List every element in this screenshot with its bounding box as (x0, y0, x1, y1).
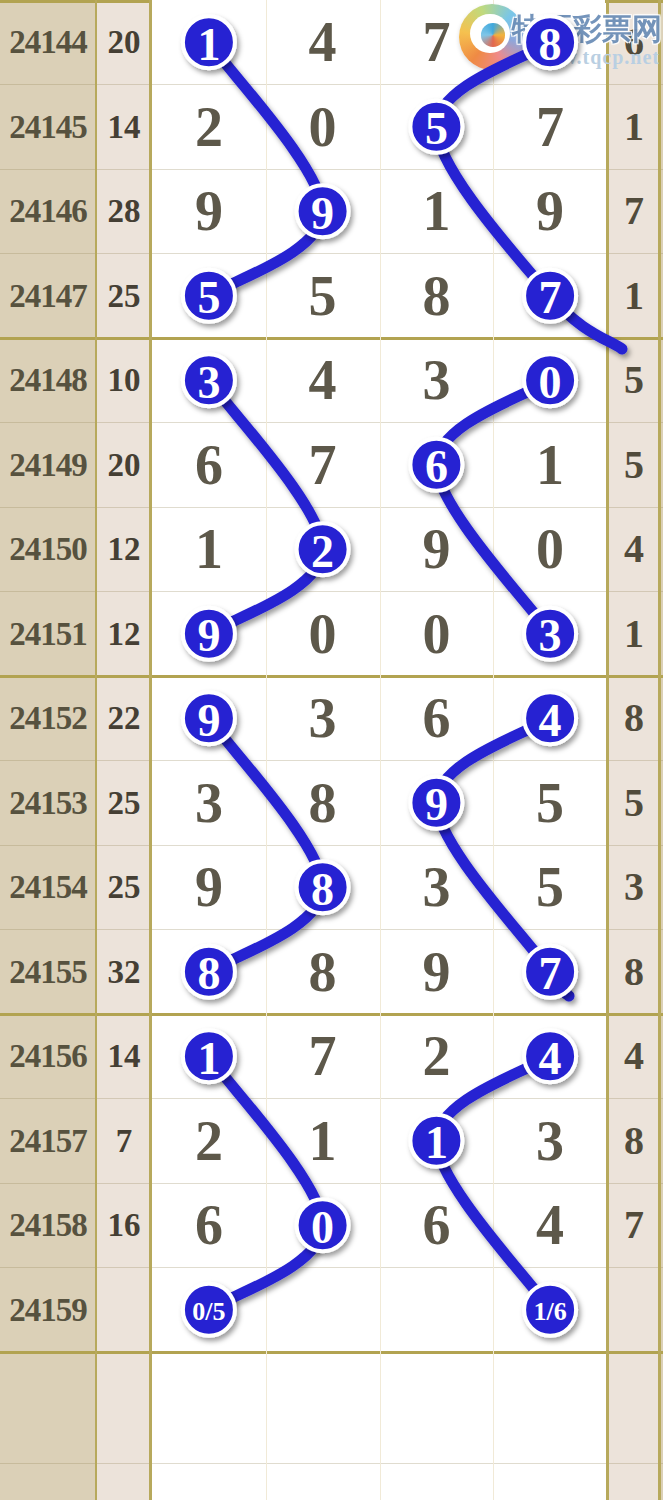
right-digit-24155: 8 (624, 952, 644, 992)
circled-value-24144: 1 (197, 19, 220, 70)
row-line (0, 1267, 663, 1268)
cell-r9c3: 5 (536, 775, 564, 831)
circled-cell-24159-col1 (183, 1284, 235, 1336)
column-border (658, 0, 661, 1500)
cell-r2c2: 1 (422, 183, 450, 239)
row-line (0, 845, 663, 846)
issue-24148: 24148 (9, 364, 87, 397)
issue-24144: 24144 (9, 26, 87, 59)
cell-r7c2: 0 (422, 606, 450, 662)
row-line (0, 422, 663, 423)
circled-value-24153: 9 (425, 779, 448, 830)
row-line (0, 1183, 663, 1184)
sum-24156: 14 (108, 1040, 141, 1073)
circled-value-24156: 1 (197, 1033, 220, 1084)
right-digit-24145: 1 (624, 107, 644, 147)
right-digit-24153: 5 (624, 783, 644, 823)
circled-value-24154: 8 (311, 864, 334, 915)
group-separator-top (605, 0, 663, 3)
cell-r14c2: 6 (422, 1197, 450, 1253)
issue-24147: 24147 (9, 279, 87, 312)
issue-24149: 24149 (9, 448, 87, 481)
column-border (95, 0, 97, 1500)
right-digit-24158: 7 (624, 1205, 644, 1245)
cell-r10c3: 5 (536, 859, 564, 915)
circled-value-24155: 8 (197, 948, 220, 999)
circled-value-24157: 1 (425, 1117, 448, 1168)
circled-cell-24144-col1 (183, 16, 235, 68)
circled-cell-24154-col2 (297, 861, 349, 913)
cell-r4c1: 4 (309, 352, 337, 408)
sum-24148: 10 (108, 364, 141, 397)
row-line (0, 84, 663, 85)
circled-value-24159: 0/5 (192, 1297, 225, 1326)
sum-24154: 25 (108, 871, 141, 904)
circled-value-24159: 1/6 (533, 1297, 566, 1326)
circled-cell-24148-col4 (524, 354, 576, 406)
issue-24151: 24151 (9, 617, 87, 650)
circled-value-24147: 5 (197, 272, 220, 323)
cell-r8c1: 3 (309, 690, 337, 746)
issue-24156: 24156 (9, 1040, 87, 1073)
circled-cell-24153-col3 (410, 777, 462, 829)
cell-r13c0: 2 (195, 1113, 223, 1169)
issue-24150: 24150 (9, 533, 87, 566)
sum-24155: 32 (108, 955, 141, 988)
right-group1-line (436, 42, 622, 349)
cell-r11c1: 8 (309, 944, 337, 1000)
issue-24157: 24157 (9, 1124, 87, 1157)
circled-cell-24152-col1 (183, 692, 235, 744)
cell-r13c1: 1 (309, 1113, 337, 1169)
issue-24152: 24152 (9, 702, 87, 735)
cell-r1c0: 2 (195, 99, 223, 155)
right-digit-24149: 5 (624, 445, 644, 485)
cell-r14c3: 4 (536, 1197, 564, 1253)
lottery-trend-chart: 2414420647241451412072414628791924147251… (0, 0, 663, 1500)
issue-24155: 24155 (9, 955, 87, 988)
cell-r4c2: 3 (422, 352, 450, 408)
cell-r3c1: 5 (309, 268, 337, 324)
sum-24158: 16 (108, 1209, 141, 1242)
cell-r3c2: 8 (422, 268, 450, 324)
circled-cell-24151-col4 (524, 608, 576, 660)
issue-24158: 24158 (9, 1209, 87, 1242)
group-separator (0, 337, 663, 340)
circled-value-24156: 4 (539, 1033, 562, 1084)
circled-value-24149: 6 (425, 441, 448, 492)
circled-cell-24151-col1 (183, 608, 235, 660)
cell-r11c2: 9 (422, 944, 450, 1000)
circled-cell-24159-col4 (524, 1284, 576, 1336)
circled-cell-24152-col4 (524, 692, 576, 744)
circled-cell-24157-col3 (410, 1115, 462, 1167)
cell-r12c2: 2 (422, 1028, 450, 1084)
site-brand-text: 特区彩票网 (512, 9, 662, 50)
cell-r5c1: 7 (309, 437, 337, 493)
circled-cell-24156-col1 (183, 1030, 235, 1082)
row-line (0, 507, 663, 508)
right-digit-24156: 4 (624, 1036, 644, 1076)
right-digit-24147: 1 (624, 276, 644, 316)
group-separator (0, 675, 663, 678)
site-watermark: www.tqcp.net (531, 46, 660, 69)
cell-r2c0: 9 (195, 183, 223, 239)
circled-cell-24156-col4 (524, 1030, 576, 1082)
grid-vline (493, 0, 494, 1500)
row-line (0, 1463, 663, 1464)
right-digit-24146: 7 (624, 191, 644, 231)
group-separator-top (0, 0, 152, 3)
cell-r6c3: 0 (536, 521, 564, 577)
sum-24147: 25 (108, 279, 141, 312)
circled-value-24152: 4 (539, 695, 562, 746)
row-line (0, 253, 663, 254)
cell-r10c2: 3 (422, 859, 450, 915)
column-border (606, 0, 609, 1500)
issue-24153: 24153 (9, 786, 87, 819)
row-line (0, 169, 663, 170)
circled-cell-24147-col4 (524, 270, 576, 322)
circled-cell-24158-col2 (297, 1199, 349, 1251)
circled-cell-24149-col3 (410, 439, 462, 491)
right-digit-24154: 3 (624, 867, 644, 907)
circled-value-24148: 0 (539, 357, 562, 408)
issue-24146: 24146 (9, 195, 87, 228)
cell-r5c0: 6 (195, 437, 223, 493)
circled-cell-24145-col3 (410, 101, 462, 153)
circled-value-24151: 9 (197, 610, 220, 661)
cell-r14c0: 6 (195, 1197, 223, 1253)
circled-value-24150: 2 (311, 526, 334, 577)
cell-r13c3: 3 (536, 1113, 564, 1169)
circled-cell-24148-col1 (183, 354, 235, 406)
cell-r2c3: 9 (536, 183, 564, 239)
sum-24153: 25 (108, 786, 141, 819)
right-digit-24148: 5 (624, 360, 644, 400)
cell-r6c0: 1 (195, 521, 223, 577)
right-digit-24151: 1 (624, 614, 644, 654)
circled-value-24155: 7 (539, 948, 562, 999)
cell-r8c2: 6 (422, 690, 450, 746)
sum-24144: 20 (108, 26, 141, 59)
row-line (0, 1098, 663, 1099)
cell-r0c2: 7 (422, 14, 450, 70)
group-separator (0, 1351, 663, 1354)
circled-cell-24147-col1 (183, 270, 235, 322)
circled-value-24147: 7 (539, 272, 562, 323)
circled-cell-24155-col1 (183, 946, 235, 998)
circled-cell-24146-col2 (297, 185, 349, 237)
circled-cell-24150-col2 (297, 523, 349, 575)
grid-vline (380, 0, 381, 1500)
cell-r12c1: 7 (309, 1028, 337, 1084)
cell-r7c1: 0 (309, 606, 337, 662)
sum-24146: 28 (108, 195, 141, 228)
sum-24151: 12 (108, 617, 141, 650)
cell-r5c3: 1 (536, 437, 564, 493)
issue-24154: 24154 (9, 871, 87, 904)
grid-vline (266, 0, 267, 1500)
sum-24145: 14 (108, 110, 141, 143)
circled-value-24158: 0 (311, 1202, 334, 1253)
sum-24149: 20 (108, 448, 141, 481)
group-separator (0, 1013, 663, 1016)
circled-value-24146: 9 (311, 188, 334, 239)
right-digit-24150: 4 (624, 529, 644, 569)
issue-24145: 24145 (9, 110, 87, 143)
issue-24159: 24159 (9, 1293, 87, 1326)
cell-r6c2: 9 (422, 521, 450, 577)
right-digit-24152: 8 (624, 698, 644, 738)
row-line (0, 929, 663, 930)
sum-24157: 7 (116, 1124, 133, 1157)
sum-24152: 22 (108, 702, 141, 735)
right-digit-24157: 8 (624, 1121, 644, 1161)
column-border (149, 0, 152, 1500)
cell-r9c1: 8 (309, 775, 337, 831)
row-line (0, 591, 663, 592)
circled-value-24151: 3 (539, 610, 562, 661)
cell-r10c0: 9 (195, 859, 223, 915)
circled-cell-24155-col4 (524, 946, 576, 998)
cell-r1c1: 0 (309, 99, 337, 155)
circled-value-24148: 3 (197, 357, 220, 408)
circled-value-24145: 5 (425, 103, 448, 154)
sum-24150: 12 (108, 533, 141, 566)
circled-value-24152: 9 (197, 695, 220, 746)
cell-r9c0: 3 (195, 775, 223, 831)
cell-r1c3: 7 (536, 99, 564, 155)
row-line (0, 760, 663, 761)
cell-r0c1: 4 (309, 14, 337, 70)
